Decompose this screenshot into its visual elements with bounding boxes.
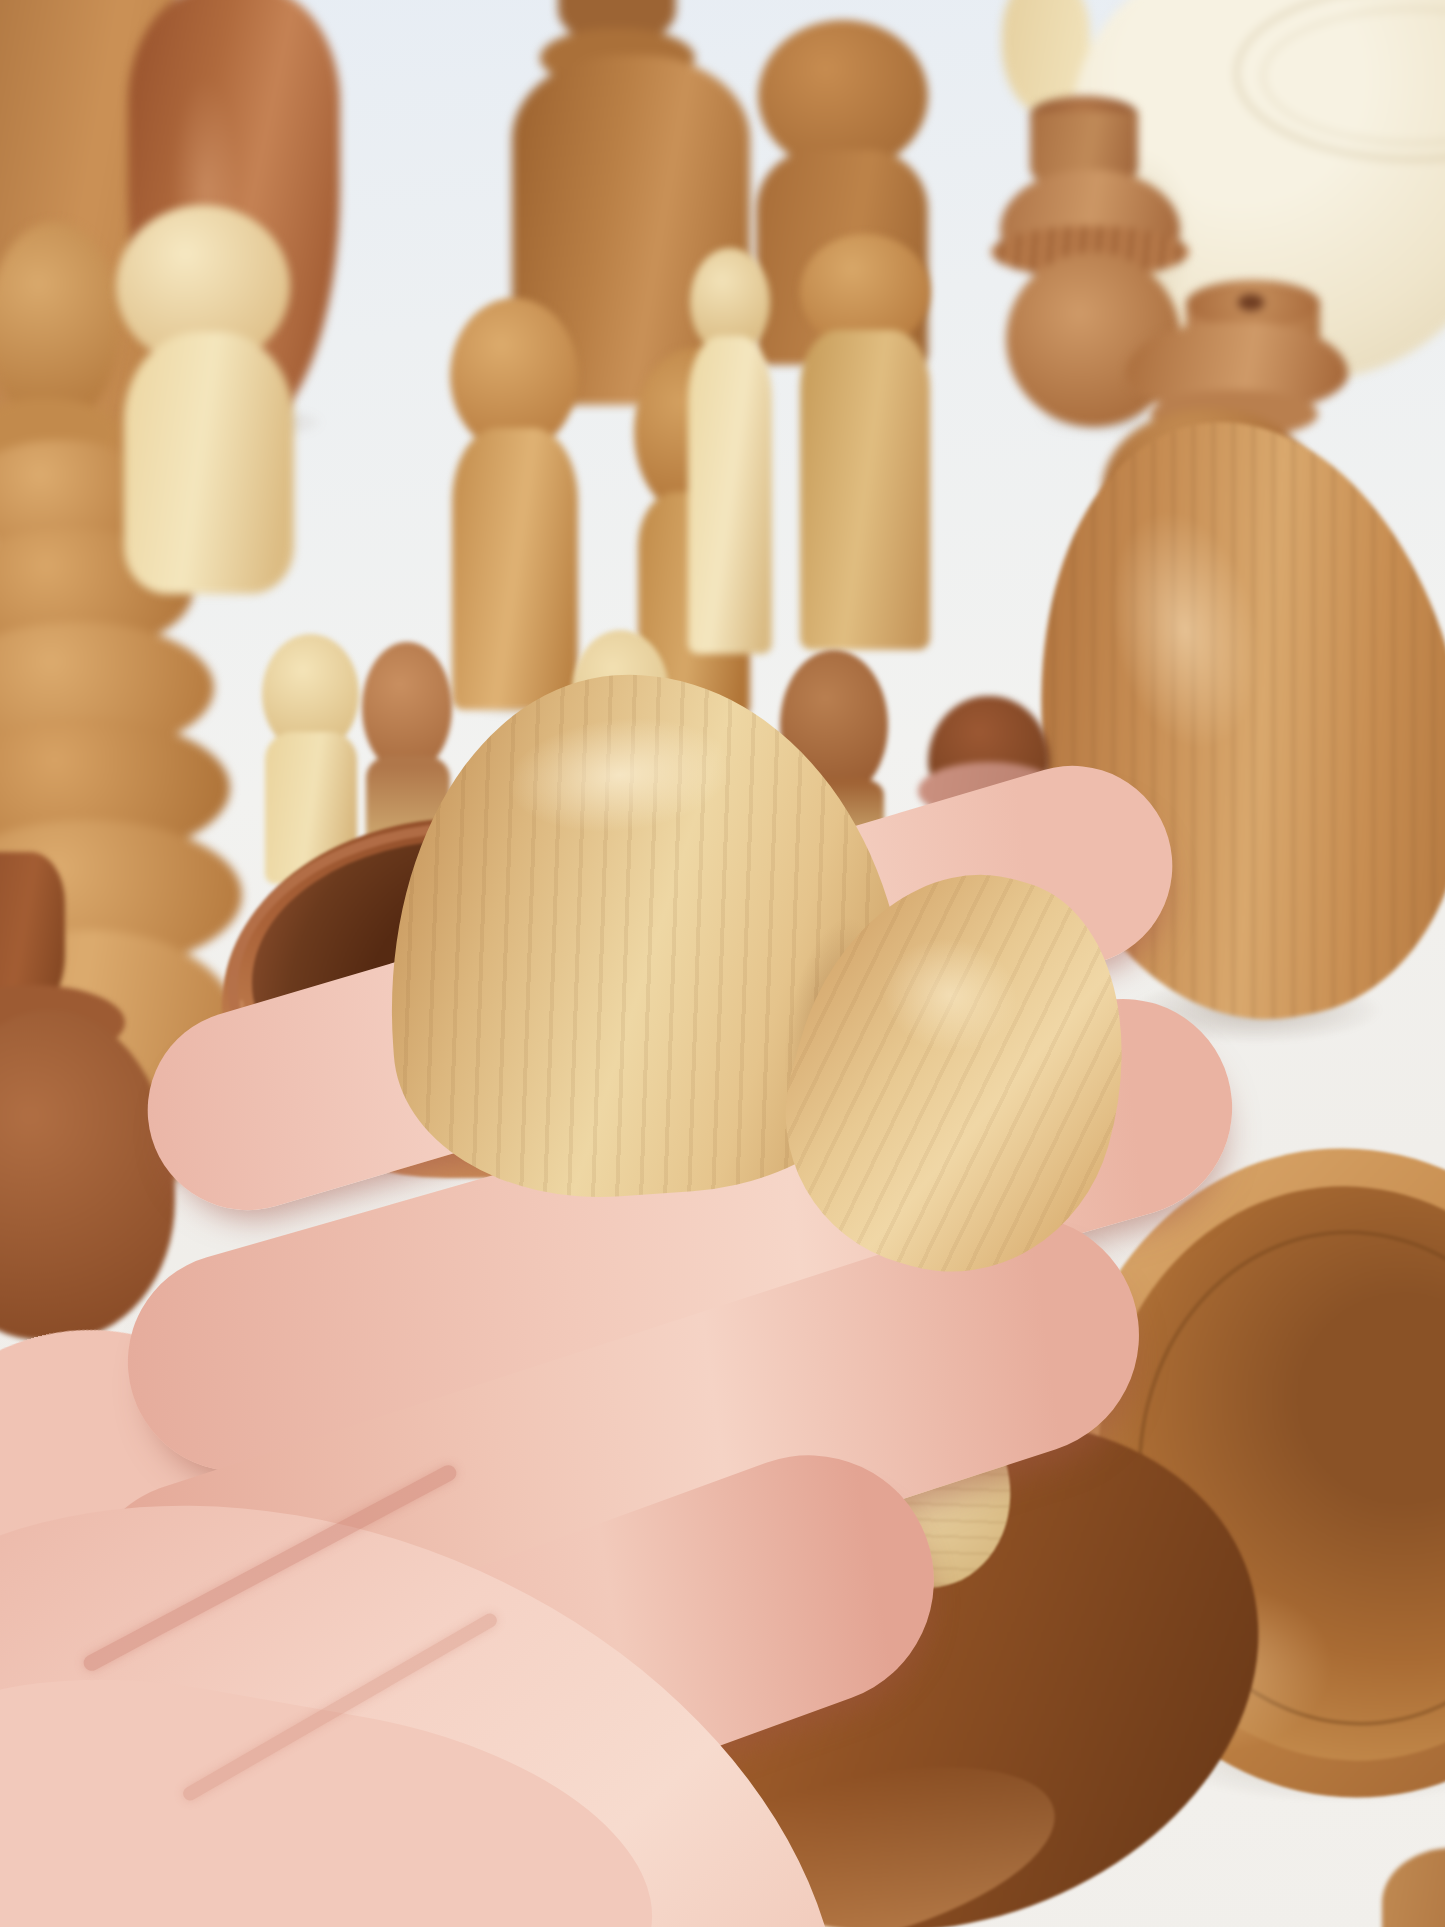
big-plate-shadow [1100,1690,1445,1820]
dark-bowl [0,0,1445,1927]
wooden-snail-head-grain [749,835,1172,1309]
midrow-pegs-c-body [576,738,666,880]
pale-peg-doll-head [116,205,290,367]
ring-tree-ring3 [0,622,214,754]
wooden-egg-highlight [1059,454,1311,807]
corner-piece-body [1382,1848,1445,1927]
cream-jar-shade [1072,120,1212,360]
mushroom-pin-stem [1186,300,1320,355]
hand [0,0,1445,1927]
big-plate-face [1069,1161,1445,1786]
honey-peg-mid-shadow [796,622,936,654]
tiered-finial-figure-mid [1000,170,1180,275]
ring-tree-ring1 [0,440,163,555]
tiered-finial-figure [0,0,1445,1927]
wooden-egg-body [991,388,1445,1052]
cherry-cone-figure-shadow [150,400,350,445]
wooden-snail-contact-shadow [380,1080,860,1200]
cherry-cone-figure-sheen [160,40,250,340]
wooden-snail-head-highlight [848,906,1051,1085]
midrow-pegs-b-head [362,642,452,774]
small-dark-cup [0,0,1445,1927]
honey-peg-b-body [638,492,750,717]
honey-peg-mid [0,0,1445,1927]
tall-cylinder-figure-collar [540,28,695,88]
ring-tree-base [0,1080,252,1185]
mushroom-pin-cap [1126,322,1348,414]
honey-peg-a-head [450,298,578,453]
midrow-pegs-a-head [262,634,359,754]
honey-peg-mid-body [800,330,930,650]
corner-piece [0,0,1445,1927]
mushroom-pin-stemface [1186,280,1320,328]
midrow-pegs-d-shadow [782,872,900,900]
big-plate-ring [1113,1209,1445,1748]
ring-tree [0,0,1445,1927]
acorn-knob-bulb [0,1010,175,1340]
dark-bowl-outer [222,818,710,1178]
wooden-snail-shell-highlight [463,685,777,866]
mushroom-pin-bulb [1102,408,1316,548]
honey-peg-b-shadow [632,700,764,730]
ballhead-peg-head [758,20,928,172]
wood-disc-body [827,1381,1023,1599]
pale-peg-doll-body [124,332,294,594]
midrow-pegs-b-body [366,756,450,894]
left-bottle-figure-body [0,0,180,540]
wooden-snail-neck-crease [747,872,913,1169]
hand-pinky-finger [0,1420,969,1927]
tall-cylinder-figure-knob [558,0,676,47]
cream-peg-back [0,0,1445,1927]
hand-index-finger [123,742,1196,1235]
dark-bowl-graintex [240,1000,480,1170]
hand-palm-edge [0,1283,347,1797]
midrow-pegs-c-shadow [572,868,680,894]
tiered-finial-figure-bulb [1006,252,1181,427]
left-bottle-figure [0,0,1445,1927]
honey-peg-a-shadow [448,688,593,722]
wooden-snail-shell-grain [368,657,918,1212]
acorn-knob-caprim [0,985,125,1060]
midrow-pegs-c-head [572,630,669,756]
big-plate [0,0,1445,1927]
tall-cylinder-figure [0,0,1445,1927]
hand-wrist [0,1634,679,1927]
dark-bowl-shadow [235,1108,655,1193]
under-plate [0,0,1445,1927]
honey-peg-b [0,0,1445,1927]
acorn-knob [0,0,1445,1927]
wooden-egg [0,0,1445,1927]
cherry-cone-figure [0,0,1445,1927]
honey-peg-b-head [634,348,752,516]
hand-ring-finger [50,1184,1170,1752]
wooden-egg-shadow [1085,965,1425,1055]
ballhead-peg [0,0,1445,1927]
ballhead-peg-body [756,150,928,365]
hand-middle-finger [102,973,1258,1497]
cherry-cone-figure-body [128,0,340,435]
ring-tree-bulb [0,930,240,1130]
mushroom-pin [0,0,1445,1927]
wood-disc [0,0,1445,1927]
cream-jar [0,0,1445,1927]
hand-crease2 [181,1611,500,1803]
wooden-snail-shell [368,657,918,1212]
small-dark-cup-rim [918,762,1060,820]
cream-peg-back-head [690,248,770,356]
ring-tree-head [0,222,120,427]
ring-tree-ring4 [0,718,230,858]
midrow-pegs-a-body [265,732,357,884]
wooden-snail [0,0,1445,1927]
midrow-pegs [0,0,1445,1927]
cream-jar-groove2 [1262,8,1445,144]
cream-jar-groove1 [1235,0,1445,161]
midrow-pegs-d-head [780,650,888,800]
mushroom-pin-hole [1238,294,1264,311]
midrow-pegs-d-body [784,778,884,882]
tall-cylinder-figure-body [512,55,750,405]
tiered-finial-figure-shadow [1016,400,1186,440]
dark-bowl-interior [252,840,682,1126]
honey-peg-mid-head [800,234,930,349]
honey-peg-a-body [452,428,578,710]
hand-palm [0,1350,973,1927]
ring-tree-ring2 [0,528,193,653]
under-plate-body [554,1340,1325,1927]
midrow-pegs-a-shadow [262,868,372,896]
midrow-pegs-b-shadow [362,880,462,906]
small-dark-cup-dome [928,696,1050,808]
under-plate-rimhi [627,1732,1073,1927]
wood-disc-grain [827,1381,1023,1599]
big-plate-outer [1030,1120,1445,1827]
hand-crease1 [81,1462,459,1673]
pale-peg-doll-shadow [118,560,303,602]
acorn-knob-stem [0,852,65,1022]
tiered-finial-figure-topcyl [1030,112,1138,187]
dark-bowl-rim [228,822,724,1152]
wooden-egg-grain [991,388,1445,1052]
pale-peg-doll [0,0,1445,1927]
cream-peg-back-body [688,336,772,654]
mushroom-pin-neck [1150,390,1318,438]
big-plate-rimhi [1059,1545,1380,1795]
ring-tree-shadow [0,1138,270,1200]
ring-tree-ring5 [0,820,242,970]
tiered-finial-figure-ridge [991,226,1189,278]
tiered-finial-figure-topface [1030,96,1138,134]
cream-jar-spindle [1002,0,1090,115]
honey-peg-a [0,0,1445,1927]
wooden-snail-head [749,835,1172,1309]
cream-jar-body [1072,0,1445,380]
photo-stage: Close-up photo of an open hand holding a… [0,0,1445,1927]
ring-tree-neck [0,398,120,468]
